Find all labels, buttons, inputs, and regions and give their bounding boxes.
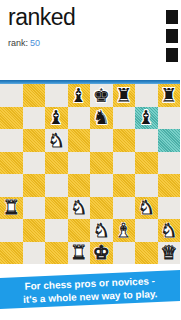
square-c1[interactable] <box>45 242 68 265</box>
square-c2[interactable] <box>45 219 68 242</box>
white-bishop[interactable]: ♝ <box>115 221 132 240</box>
square-g1[interactable] <box>135 242 158 265</box>
square-a5[interactable] <box>0 152 23 175</box>
rank-line: rank:50 <box>8 38 40 48</box>
square-h8[interactable]: ♜ <box>158 84 181 107</box>
white-rook[interactable]: ♜ <box>70 243 87 262</box>
black-king[interactable]: ♚ <box>93 86 110 105</box>
square-d3[interactable]: ♞ <box>68 197 91 220</box>
black-rook[interactable]: ♜ <box>160 86 177 105</box>
square-e5[interactable] <box>90 152 113 175</box>
square-g5[interactable] <box>135 152 158 175</box>
white-queen[interactable]: ♛ <box>160 243 177 262</box>
square-a1[interactable] <box>0 242 23 265</box>
square-a4[interactable] <box>0 174 23 197</box>
promo-banner: For chess pros or novices - it's a whole… <box>0 270 180 309</box>
square-b4[interactable] <box>23 174 46 197</box>
square-h5[interactable] <box>158 152 181 175</box>
square-f1[interactable] <box>113 242 136 265</box>
square-b1[interactable] <box>23 242 46 265</box>
square-f4[interactable] <box>113 174 136 197</box>
square-h4[interactable] <box>158 174 181 197</box>
square-g3[interactable]: ♞ <box>135 197 158 220</box>
white-knight[interactable]: ♞ <box>138 198 155 217</box>
hamburger-menu-icon[interactable] <box>166 10 178 62</box>
white-knight[interactable]: ♞ <box>160 221 177 240</box>
square-e4[interactable] <box>90 174 113 197</box>
square-b6[interactable] <box>23 129 46 152</box>
rank-value: 50 <box>30 38 40 48</box>
white-rook[interactable]: ♜ <box>3 198 20 217</box>
square-h6[interactable] <box>158 129 181 152</box>
square-b3[interactable] <box>23 197 46 220</box>
square-a8[interactable] <box>0 84 23 107</box>
app-screen: ranked rank:50 ♝♚♜♜♝♞♝♞♜♞♞♞♝♞♜♚♛ For che… <box>0 0 180 320</box>
square-a6[interactable] <box>0 129 23 152</box>
square-c3[interactable] <box>45 197 68 220</box>
square-b5[interactable] <box>23 152 46 175</box>
square-e8[interactable]: ♚ <box>90 84 113 107</box>
square-g8[interactable] <box>135 84 158 107</box>
square-b2[interactable] <box>23 219 46 242</box>
square-f7[interactable] <box>113 107 136 130</box>
square-b8[interactable] <box>23 84 46 107</box>
square-c7[interactable]: ♝ <box>45 107 68 130</box>
square-g6[interactable] <box>135 129 158 152</box>
square-d8[interactable]: ♝ <box>68 84 91 107</box>
square-h2[interactable]: ♞ <box>158 219 181 242</box>
square-c6[interactable]: ♞ <box>45 129 68 152</box>
square-f5[interactable] <box>113 152 136 175</box>
square-d4[interactable] <box>68 174 91 197</box>
square-h3[interactable] <box>158 197 181 220</box>
white-knight[interactable]: ♞ <box>48 131 65 150</box>
white-knight[interactable]: ♞ <box>93 221 110 240</box>
menu-bar <box>166 10 178 24</box>
black-bishop[interactable]: ♝ <box>138 108 155 127</box>
square-h1[interactable]: ♛ <box>158 242 181 265</box>
square-c5[interactable] <box>45 152 68 175</box>
square-a3[interactable]: ♜ <box>0 197 23 220</box>
square-f3[interactable] <box>113 197 136 220</box>
square-d2[interactable] <box>68 219 91 242</box>
square-a7[interactable] <box>0 107 23 130</box>
square-e7[interactable]: ♞ <box>90 107 113 130</box>
square-c8[interactable] <box>45 84 68 107</box>
page-title: ranked <box>8 4 75 31</box>
menu-bar <box>166 48 178 62</box>
square-b7[interactable] <box>23 107 46 130</box>
black-rook[interactable]: ♜ <box>115 86 132 105</box>
square-d6[interactable] <box>68 129 91 152</box>
app-header: ranked rank:50 <box>0 0 180 80</box>
white-king[interactable]: ♚ <box>93 243 110 262</box>
square-e3[interactable] <box>90 197 113 220</box>
square-e2[interactable]: ♞ <box>90 219 113 242</box>
square-g2[interactable] <box>135 219 158 242</box>
square-a2[interactable] <box>0 219 23 242</box>
square-f8[interactable]: ♜ <box>113 84 136 107</box>
square-c4[interactable] <box>45 174 68 197</box>
square-f2[interactable]: ♝ <box>113 219 136 242</box>
square-d1[interactable]: ♜ <box>68 242 91 265</box>
square-d5[interactable] <box>68 152 91 175</box>
black-bishop[interactable]: ♝ <box>48 108 65 127</box>
square-g7[interactable]: ♝ <box>135 107 158 130</box>
square-g4[interactable] <box>135 174 158 197</box>
square-h7[interactable] <box>158 107 181 130</box>
square-d7[interactable] <box>68 107 91 130</box>
rank-label: rank: <box>8 38 28 48</box>
square-e6[interactable] <box>90 129 113 152</box>
chess-board: ♝♚♜♜♝♞♝♞♜♞♞♞♝♞♜♚♛ <box>0 84 180 264</box>
square-f6[interactable] <box>113 129 136 152</box>
menu-bar <box>166 29 178 43</box>
black-knight[interactable]: ♞ <box>93 108 110 127</box>
square-e1[interactable]: ♚ <box>90 242 113 265</box>
black-bishop[interactable]: ♝ <box>70 86 87 105</box>
white-knight[interactable]: ♞ <box>70 198 87 217</box>
